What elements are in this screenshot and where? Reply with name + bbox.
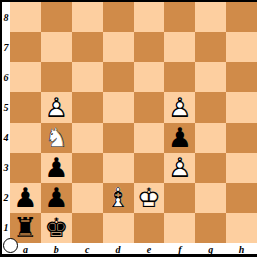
white-bishop-d2[interactable]: ♝♗ bbox=[103, 183, 134, 213]
square-d8[interactable] bbox=[103, 2, 134, 32]
white-pawn-f5[interactable]: ♟♙ bbox=[164, 92, 195, 122]
square-d3[interactable] bbox=[103, 153, 134, 183]
square-g5[interactable] bbox=[195, 92, 226, 122]
square-e8[interactable] bbox=[134, 2, 165, 32]
square-h6[interactable] bbox=[226, 62, 257, 92]
square-h8[interactable] bbox=[226, 2, 257, 32]
square-b7[interactable] bbox=[41, 32, 72, 62]
square-c8[interactable] bbox=[72, 2, 103, 32]
square-h3[interactable] bbox=[226, 153, 257, 183]
black-pawn-f4[interactable]: ♟ bbox=[164, 123, 195, 153]
square-h4[interactable] bbox=[226, 123, 257, 153]
square-b8[interactable] bbox=[41, 2, 72, 32]
square-e5[interactable] bbox=[134, 92, 165, 122]
square-b1[interactable]: ♚ bbox=[41, 213, 72, 243]
square-e4[interactable] bbox=[134, 123, 165, 153]
piece-glyph: ♜ bbox=[13, 214, 37, 241]
square-f3[interactable]: ♟♙ bbox=[164, 153, 195, 183]
square-c2[interactable] bbox=[72, 183, 103, 213]
file-label-f: f bbox=[164, 243, 195, 256]
square-e3[interactable] bbox=[134, 153, 165, 183]
black-pawn-b2[interactable]: ♟ bbox=[41, 183, 72, 213]
board[interactable]: ♟♙♟♙♞♘♟♟♟♙♟♟♝♗♚♔♜♚ bbox=[10, 2, 257, 243]
rank-label-7: 7 bbox=[2, 32, 10, 62]
square-h1[interactable] bbox=[226, 213, 257, 243]
square-d5[interactable] bbox=[103, 92, 134, 122]
white-king-e2[interactable]: ♚♔ bbox=[134, 183, 165, 213]
black-pawn-b3[interactable]: ♟ bbox=[41, 153, 72, 183]
square-a2[interactable]: ♟ bbox=[10, 183, 41, 213]
file-label-d: d bbox=[103, 243, 134, 256]
square-b3[interactable]: ♟ bbox=[41, 153, 72, 183]
white-knight-b4[interactable]: ♞♘ bbox=[41, 123, 72, 153]
square-f1[interactable] bbox=[164, 213, 195, 243]
square-h5[interactable] bbox=[226, 92, 257, 122]
square-c3[interactable] bbox=[72, 153, 103, 183]
square-c1[interactable] bbox=[72, 213, 103, 243]
rank-labels: 87654321 bbox=[2, 2, 10, 243]
square-f4[interactable]: ♟ bbox=[164, 123, 195, 153]
file-label-c: c bbox=[72, 243, 103, 256]
piece-glyph: ♔ bbox=[137, 184, 161, 211]
square-d2[interactable]: ♝♗ bbox=[103, 183, 134, 213]
square-a6[interactable] bbox=[10, 62, 41, 92]
square-a3[interactable] bbox=[10, 153, 41, 183]
file-label-g: g bbox=[195, 243, 226, 256]
square-c5[interactable] bbox=[72, 92, 103, 122]
square-d1[interactable] bbox=[103, 213, 134, 243]
square-a8[interactable] bbox=[10, 2, 41, 32]
square-a7[interactable] bbox=[10, 32, 41, 62]
piece-glyph: ♗ bbox=[106, 184, 130, 211]
rank-label-3: 3 bbox=[2, 153, 10, 183]
square-c6[interactable] bbox=[72, 62, 103, 92]
piece-glyph: ♚ bbox=[44, 214, 68, 241]
white-pawn-f3[interactable]: ♟♙ bbox=[164, 153, 195, 183]
square-g4[interactable] bbox=[195, 123, 226, 153]
file-label-e: e bbox=[134, 243, 165, 256]
square-d7[interactable] bbox=[103, 32, 134, 62]
rank-label-8: 8 bbox=[2, 2, 10, 32]
piece-glyph: ♟ bbox=[44, 184, 68, 211]
rank-label-2: 2 bbox=[2, 183, 10, 213]
piece-glyph: ♘ bbox=[44, 124, 68, 151]
piece-glyph: ♟ bbox=[44, 154, 68, 181]
piece-glyph: ♙ bbox=[168, 94, 192, 121]
piece-glyph: ♙ bbox=[168, 154, 192, 181]
chess-diagram: 87654321 ♟♙♟♙♞♘♟♟♟♙♟♟♝♗♚♔♜♚ abcdefgh bbox=[0, 0, 257, 257]
rank-label-5: 5 bbox=[2, 92, 10, 122]
piece-glyph: ♟ bbox=[13, 184, 37, 211]
square-e1[interactable] bbox=[134, 213, 165, 243]
square-b5[interactable]: ♟♙ bbox=[41, 92, 72, 122]
file-label-h: h bbox=[226, 243, 257, 256]
square-f7[interactable] bbox=[164, 32, 195, 62]
square-a5[interactable] bbox=[10, 92, 41, 122]
file-labels: abcdefgh bbox=[10, 243, 257, 256]
square-e7[interactable] bbox=[134, 32, 165, 62]
file-label-b: b bbox=[41, 243, 72, 256]
white-pawn-b5[interactable]: ♟♙ bbox=[41, 92, 72, 122]
square-b4[interactable]: ♞♘ bbox=[41, 123, 72, 153]
square-g2[interactable] bbox=[195, 183, 226, 213]
white-to-move-indicator bbox=[3, 238, 18, 253]
piece-glyph: ♟ bbox=[168, 124, 192, 151]
square-h7[interactable] bbox=[226, 32, 257, 62]
square-g7[interactable] bbox=[195, 32, 226, 62]
square-e6[interactable] bbox=[134, 62, 165, 92]
square-c7[interactable] bbox=[72, 32, 103, 62]
square-a4[interactable] bbox=[10, 123, 41, 153]
square-f5[interactable]: ♟♙ bbox=[164, 92, 195, 122]
square-f2[interactable] bbox=[164, 183, 195, 213]
piece-glyph: ♙ bbox=[44, 94, 68, 121]
black-pawn-a2[interactable]: ♟ bbox=[10, 183, 41, 213]
square-f8[interactable] bbox=[164, 2, 195, 32]
square-f6[interactable] bbox=[164, 62, 195, 92]
square-g1[interactable] bbox=[195, 213, 226, 243]
square-d6[interactable] bbox=[103, 62, 134, 92]
rank-label-4: 4 bbox=[2, 123, 10, 153]
black-king-b1[interactable]: ♚ bbox=[41, 213, 72, 243]
square-e2[interactable]: ♚♔ bbox=[134, 183, 165, 213]
square-b6[interactable] bbox=[41, 62, 72, 92]
rank-label-6: 6 bbox=[2, 62, 10, 92]
square-d4[interactable] bbox=[103, 123, 134, 153]
square-g6[interactable] bbox=[195, 62, 226, 92]
square-g3[interactable] bbox=[195, 153, 226, 183]
square-b2[interactable]: ♟ bbox=[41, 183, 72, 213]
square-c4[interactable] bbox=[72, 123, 103, 153]
square-h2[interactable] bbox=[226, 183, 257, 213]
square-g8[interactable] bbox=[195, 2, 226, 32]
